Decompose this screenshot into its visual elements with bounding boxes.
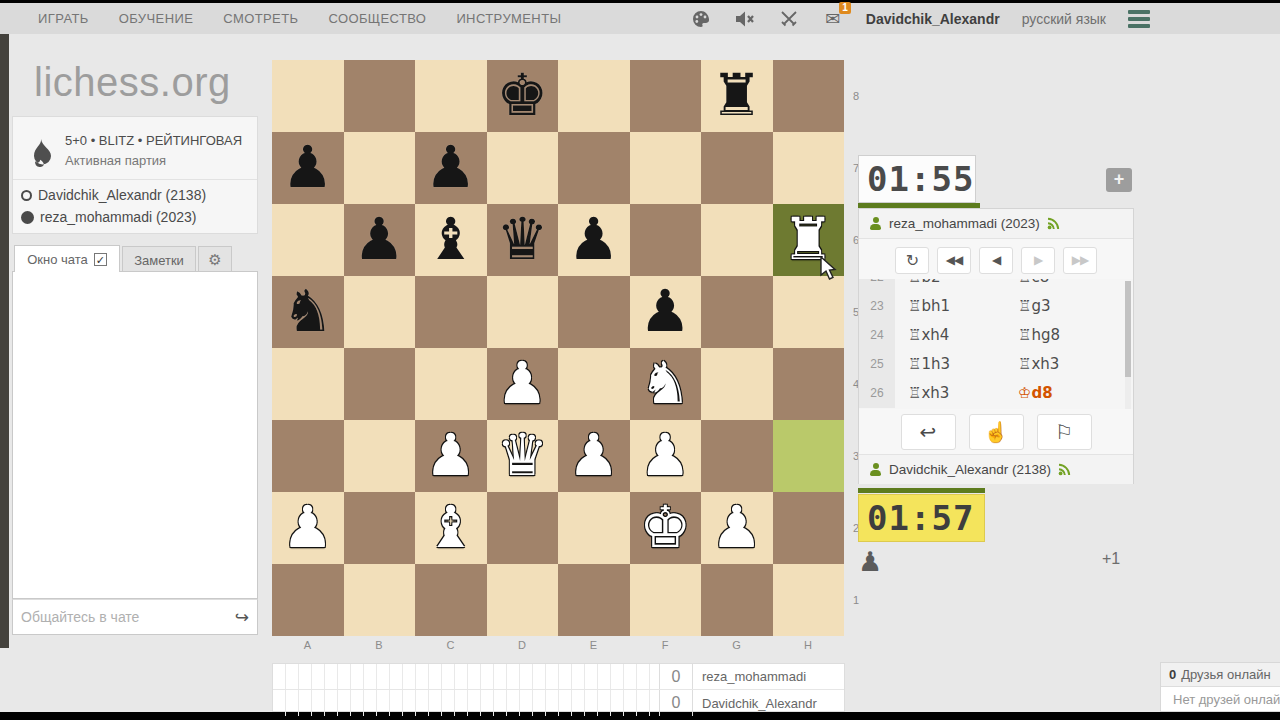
square-a6[interactable] xyxy=(272,204,344,276)
user-icon xyxy=(869,217,882,230)
crosstable: 0 reza_mohammadi 0 Davidchik_Alexandr xyxy=(272,663,845,712)
black-queen-d6[interactable]: ♛ xyxy=(487,204,559,276)
takeback-button[interactable]: ↩ xyxy=(901,414,956,450)
square-d1[interactable] xyxy=(487,564,559,636)
friends-title: Друзья онлайн xyxy=(1181,667,1270,682)
resign-button[interactable]: ⚐ xyxy=(1037,414,1092,450)
move-row-24: 24♖xh4♖hg8 xyxy=(859,321,1133,350)
move-number: 23 xyxy=(859,292,895,321)
square-f5[interactable]: ♟ xyxy=(630,276,702,348)
crossed-swords-icon[interactable] xyxy=(778,8,800,30)
chat-input-row: Общайтесь в чате ↪ xyxy=(12,599,258,635)
mail-badge: 1 xyxy=(839,2,851,14)
add-time-button[interactable]: + xyxy=(1106,168,1132,192)
own-clock-progress xyxy=(858,488,985,493)
square-h2[interactable] xyxy=(773,492,845,564)
square-h7[interactable] xyxy=(773,132,845,204)
square-f2[interactable]: ♚ xyxy=(630,492,702,564)
move-list[interactable]: 22♖b2♖c823♖bh1♖g324♖xh4♖hg825♖1h3♖xh326♖… xyxy=(859,279,1133,409)
rss-icon xyxy=(1047,217,1060,230)
tab-notes[interactable]: Заметки xyxy=(122,246,196,273)
crosstable-player-name[interactable]: Davidchik_Alexandr xyxy=(693,696,817,711)
move-white-23[interactable]: ♖bh1 xyxy=(895,292,1005,321)
square-c1[interactable] xyxy=(415,564,487,636)
square-d6[interactable]: ♛ xyxy=(487,204,559,276)
square-h8[interactable] xyxy=(773,60,845,132)
square-c6[interactable]: ♝ xyxy=(415,204,487,276)
own-name[interactable]: Davidchik_Alexandr (2138) xyxy=(889,462,1051,477)
square-f4[interactable]: ♞ xyxy=(630,348,702,420)
square-h3[interactable] xyxy=(773,420,845,492)
black-rook-g8[interactable]: ♜ xyxy=(701,60,773,132)
file-label-D: D xyxy=(487,639,558,651)
nav-item-2[interactable]: СМОТРЕТЬ xyxy=(223,11,298,26)
crosstable-row: 0 Davidchik_Alexandr xyxy=(273,690,844,716)
square-f7[interactable] xyxy=(630,132,702,204)
file-label-C: C xyxy=(415,639,486,651)
square-e7[interactable] xyxy=(558,132,630,204)
chat-toggle-checkbox[interactable]: ✓ xyxy=(94,253,107,266)
move-navigation: ↻ ◀◀ ◀ ▶ ▶▶ xyxy=(859,241,1133,279)
square-b3[interactable] xyxy=(344,420,416,492)
move-number: 24 xyxy=(859,321,895,350)
file-label-E: E xyxy=(558,639,629,651)
square-g8[interactable]: ♜ xyxy=(701,60,773,132)
square-b4[interactable] xyxy=(344,348,416,420)
square-h5[interactable] xyxy=(773,276,845,348)
nav-item-0[interactable]: ИГРАТЬ xyxy=(38,11,89,26)
crosstable-row: 0 reza_mohammadi xyxy=(273,664,844,690)
move-black-22[interactable]: ♖c8 xyxy=(1005,279,1115,292)
white-pawn-f3[interactable]: ♟ xyxy=(630,420,702,492)
rank-label-1: 1 xyxy=(849,594,863,606)
white-queen-d3[interactable]: ♛ xyxy=(487,420,559,492)
game-actions: ↩ ☝ ⚐ xyxy=(859,411,1133,453)
crosstable-score: 0 xyxy=(659,690,693,716)
square-c4[interactable] xyxy=(415,348,487,420)
square-h4[interactable] xyxy=(773,348,845,420)
game-panel: reza_mohammadi (2023) ↻ ◀◀ ◀ ▶ ▶▶ 22♖b2♖… xyxy=(858,208,1134,484)
black-knight-a5[interactable]: ♞ xyxy=(272,276,344,348)
tab-chat-settings[interactable]: ⚙ xyxy=(198,246,232,273)
divider xyxy=(13,179,257,180)
move-black-25[interactable]: ♖xh3 xyxy=(1005,350,1115,379)
rss-icon xyxy=(1058,463,1071,476)
move-white-25[interactable]: ♖1h3 xyxy=(895,350,1005,379)
navbar-username[interactable]: Davidchik_Alexandr xyxy=(866,11,1000,27)
mute-icon[interactable] xyxy=(734,8,756,30)
tab-chat-label: Окно чата xyxy=(27,252,88,267)
square-a3[interactable] xyxy=(272,420,344,492)
move-row-25: 25♖1h3♖xh3 xyxy=(859,350,1133,379)
blitz-flame-icon xyxy=(27,139,53,171)
white-pawn-d4[interactable]: ♟ xyxy=(487,348,559,420)
square-c5[interactable] xyxy=(415,276,487,348)
friends-empty-message: Нет друзей онлайн xyxy=(1161,687,1280,711)
first-move-button[interactable]: ◀◀ xyxy=(937,247,971,274)
square-c8[interactable] xyxy=(415,60,487,132)
square-b2[interactable] xyxy=(344,492,416,564)
file-label-G: G xyxy=(701,639,772,651)
square-g7[interactable] xyxy=(701,132,773,204)
white-pawn-g2[interactable]: ♟ xyxy=(701,492,773,564)
square-a8[interactable] xyxy=(272,60,344,132)
move-row-22: 22♖b2♖c8 xyxy=(859,279,1133,292)
square-a1[interactable] xyxy=(272,564,344,636)
move-white-26[interactable]: ♖xh3 xyxy=(895,379,1005,408)
move-number: 25 xyxy=(859,350,895,379)
square-a7[interactable]: ♟ xyxy=(272,132,344,204)
black-player-name[interactable]: reza_mohammadi (2023) xyxy=(40,209,196,225)
opponent-clock: 01:55 xyxy=(858,155,976,203)
hamburger-menu-icon[interactable] xyxy=(1128,10,1150,28)
chat-input[interactable]: Общайтесь в чате xyxy=(21,609,235,625)
move-number: 22 xyxy=(859,279,895,292)
move-row-26: 26♖xh3♔d8 xyxy=(859,379,1133,408)
nav-item-3[interactable]: СООБЩЕСТВО xyxy=(328,11,426,26)
square-b7[interactable] xyxy=(344,132,416,204)
move-white-22[interactable]: ♖b2 xyxy=(895,279,1005,292)
square-e5[interactable] xyxy=(558,276,630,348)
crosstable-player-name[interactable]: reza_mohammadi xyxy=(693,669,806,684)
square-d2[interactable] xyxy=(487,492,559,564)
square-e4[interactable] xyxy=(558,348,630,420)
last-move-button[interactable]: ▶▶ xyxy=(1063,247,1097,274)
square-a2[interactable]: ♟ xyxy=(272,492,344,564)
square-d3[interactable]: ♛ xyxy=(487,420,559,492)
move-number: 26 xyxy=(859,379,895,408)
white-knight-f4[interactable]: ♞ xyxy=(630,348,702,420)
game-meta: 5+0 • BLITZ • РЕЙТИНГОВАЯ xyxy=(65,133,242,148)
square-e3[interactable]: ♟ xyxy=(558,420,630,492)
top-navbar: ИГРАТЬОБУЧЕНИЕСМОТРЕТЬСООБЩЕСТВОИНСТРУМЕ… xyxy=(0,3,1280,34)
main-menu: ИГРАТЬОБУЧЕНИЕСМОТРЕТЬСООБЩЕСТВОИНСТРУМЕ… xyxy=(38,11,561,26)
move-black-23[interactable]: ♖g3 xyxy=(1005,292,1115,321)
lichess-logo[interactable]: lichess.org xyxy=(34,60,231,105)
square-g6[interactable] xyxy=(701,204,773,276)
square-d5[interactable] xyxy=(487,276,559,348)
white-pawn-c3[interactable]: ♟ xyxy=(415,420,487,492)
file-label-H: H xyxy=(773,639,844,651)
square-h1[interactable] xyxy=(773,564,845,636)
square-a5[interactable]: ♞ xyxy=(272,276,344,348)
black-pawn-b6[interactable]: ♟ xyxy=(344,204,416,276)
square-f8[interactable] xyxy=(630,60,702,132)
friends-count: 0 xyxy=(1169,667,1176,682)
square-c7[interactable]: ♟ xyxy=(415,132,487,204)
prev-move-button[interactable]: ◀ xyxy=(979,247,1013,274)
white-king-f2[interactable]: ♚ xyxy=(630,492,702,564)
mouse-cursor xyxy=(818,256,840,282)
user-icon xyxy=(869,463,882,476)
nav-item-1[interactable]: ОБУЧЕНИЕ xyxy=(119,11,194,26)
white-bishop-c2[interactable]: ♝ xyxy=(415,492,487,564)
video-left-edge xyxy=(0,33,9,648)
square-b8[interactable] xyxy=(344,60,416,132)
flip-board-button[interactable]: ↻ xyxy=(895,247,929,274)
white-pawn-e3[interactable]: ♟ xyxy=(558,420,630,492)
black-pawn-f5[interactable]: ♟ xyxy=(630,276,702,348)
navbar-right: ✉ 1 Davidchik_Alexandr русский язык xyxy=(690,8,1150,30)
square-f3[interactable]: ♟ xyxy=(630,420,702,492)
white-player-name[interactable]: Davidchik_Alexandr (2138) xyxy=(38,187,206,203)
square-g4[interactable] xyxy=(701,348,773,420)
chat-messages-area[interactable] xyxy=(12,271,258,599)
black-pawn-e6[interactable]: ♟ xyxy=(558,204,630,276)
draw-offer-button[interactable]: ☝ xyxy=(969,414,1024,450)
move-list-scrollbar[interactable] xyxy=(1125,281,1131,409)
square-c2[interactable]: ♝ xyxy=(415,492,487,564)
crosstable-score: 0 xyxy=(659,664,693,689)
own-player-bar: Davidchik_Alexandr (2138) xyxy=(859,454,1133,484)
white-pawn-a2[interactable]: ♟ xyxy=(272,492,344,564)
white-color-icon xyxy=(21,190,32,201)
rank-label-8: 8 xyxy=(849,90,863,102)
file-label-F: F xyxy=(630,639,701,651)
square-e1[interactable] xyxy=(558,564,630,636)
opponent-name[interactable]: reza_mohammadi (2023) xyxy=(889,216,1040,231)
nav-item-4[interactable]: ИНСТРУМЕНТЫ xyxy=(456,11,561,26)
mail-icon[interactable]: ✉ 1 xyxy=(822,8,844,30)
chat-send-icon[interactable]: ↪ xyxy=(235,607,249,628)
friends-box: 0 Друзья онлайн Нет друзей онлайн xyxy=(1160,662,1280,712)
game-info-box: 5+0 • BLITZ • РЕЙТИНГОВАЯ Активная парти… xyxy=(12,116,258,234)
black-pawn-c7[interactable]: ♟ xyxy=(415,132,487,204)
file-label-B: B xyxy=(344,639,415,651)
file-label-A: A xyxy=(272,639,343,651)
palette-icon[interactable] xyxy=(690,8,712,30)
tab-chat[interactable]: Окно чата ✓ xyxy=(14,245,120,272)
square-f6[interactable] xyxy=(630,204,702,276)
own-clock-active: 01:57 xyxy=(858,494,985,542)
square-b5[interactable] xyxy=(344,276,416,348)
move-black-26[interactable]: ♔d8 xyxy=(1005,379,1115,408)
black-bishop-c6[interactable]: ♝ xyxy=(415,204,487,276)
square-b6[interactable]: ♟ xyxy=(344,204,416,276)
square-f1[interactable] xyxy=(630,564,702,636)
move-black-24[interactable]: ♖hg8 xyxy=(1005,321,1115,350)
square-e6[interactable]: ♟ xyxy=(558,204,630,276)
material-advantage: +1 xyxy=(1102,550,1120,568)
move-white-24[interactable]: ♖xh4 xyxy=(895,321,1005,350)
game-status: Активная партия xyxy=(65,153,166,168)
square-c3[interactable]: ♟ xyxy=(415,420,487,492)
black-color-icon xyxy=(21,211,34,224)
black-player-line[interactable]: reza_mohammadi (2023) xyxy=(21,209,196,225)
black-pawn-a7[interactable]: ♟ xyxy=(272,132,344,204)
black-king-d8[interactable]: ♚ xyxy=(487,60,559,132)
square-g2[interactable]: ♟ xyxy=(701,492,773,564)
opponent-player-bar: reza_mohammadi (2023) xyxy=(859,209,1133,239)
friends-header[interactable]: 0 Друзья онлайн xyxy=(1161,663,1280,687)
square-g5[interactable] xyxy=(701,276,773,348)
square-a4[interactable] xyxy=(272,348,344,420)
tab-notes-label: Заметки xyxy=(134,253,184,268)
next-move-button[interactable]: ▶ xyxy=(1021,247,1055,274)
crosstable-games-grid xyxy=(273,690,659,716)
gear-icon: ⚙ xyxy=(208,251,221,269)
square-d7[interactable] xyxy=(487,132,559,204)
square-e2[interactable] xyxy=(558,492,630,564)
captured-pawn-icon: ♟ xyxy=(858,546,882,577)
square-g1[interactable] xyxy=(701,564,773,636)
move-row-23: 23♖bh1♖g3 xyxy=(859,292,1133,321)
chess-board[interactable]: ♚♜♟♟♟♝♛♟♜♞♟♟♞♟♛♟♟♟♝♚♟ xyxy=(272,60,844,636)
square-d4[interactable]: ♟ xyxy=(487,348,559,420)
square-d8[interactable]: ♚ xyxy=(487,60,559,132)
white-player-line[interactable]: Davidchik_Alexandr (2138) xyxy=(21,187,206,203)
square-e8[interactable] xyxy=(558,60,630,132)
square-b1[interactable] xyxy=(344,564,416,636)
language-selector[interactable]: русский язык xyxy=(1022,11,1106,27)
crosstable-games-grid xyxy=(273,664,659,689)
square-g3[interactable] xyxy=(701,420,773,492)
